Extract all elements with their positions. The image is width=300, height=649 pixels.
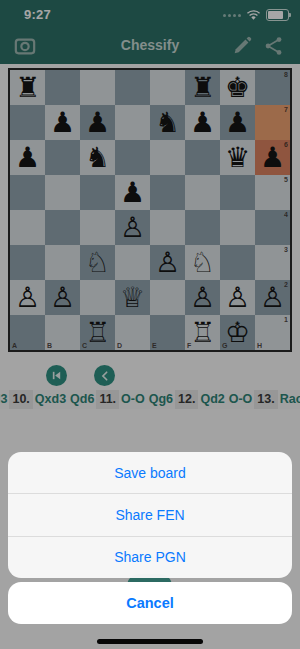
chessify-app-screen: 9:27 Chessify ♜♜♚8♟♟♞♟♟7♟♞ xyxy=(0,0,300,649)
share-pgn-button[interactable]: Share PGN xyxy=(8,536,292,578)
home-indicator[interactable] xyxy=(97,639,203,644)
save-board-button[interactable]: Save board xyxy=(8,452,292,493)
share-fen-button[interactable]: Share FEN xyxy=(8,493,292,535)
action-sheet: Save board Share FEN Share PGN xyxy=(8,452,292,578)
cancel-button[interactable]: Cancel xyxy=(8,582,292,624)
